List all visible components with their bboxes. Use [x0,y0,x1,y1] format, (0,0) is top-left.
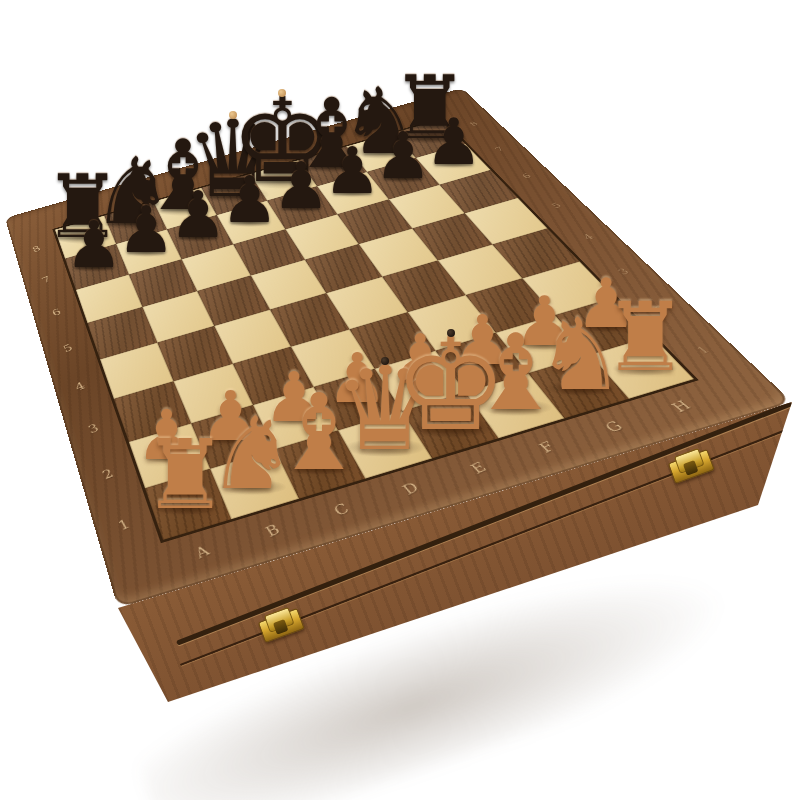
finial-dark [447,329,455,337]
piece-black-pawn[interactable]: ♟ [422,110,486,174]
piece-white-rook[interactable]: ♜ [597,290,692,385]
chess-box-scene: 88A77B66C55D44E33F22G11H ♜♞♝♛♚♝♞♜♟♟♟♟♟♟♟… [0,0,800,800]
